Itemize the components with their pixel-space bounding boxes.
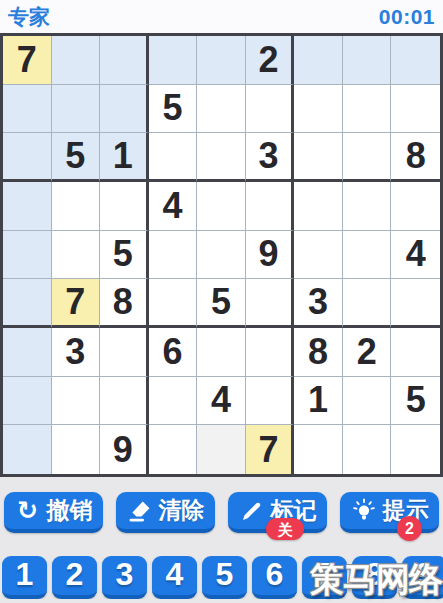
cell-r1c4[interactable] bbox=[149, 36, 198, 85]
cell-r4c9[interactable] bbox=[391, 182, 440, 231]
cell-r3c4[interactable] bbox=[149, 133, 198, 182]
cell-r2c3[interactable] bbox=[100, 85, 149, 134]
number-pad: 1 2 3 4 5 6 7 8 9 bbox=[2, 556, 443, 599]
cell-r4c1[interactable] bbox=[3, 182, 52, 231]
cell-r9c9[interactable] bbox=[391, 425, 440, 474]
cell-r9c5[interactable] bbox=[197, 425, 246, 474]
cell-r5c6[interactable]: 9 bbox=[246, 231, 295, 280]
cell-r5c3[interactable]: 5 bbox=[100, 231, 149, 280]
cell-r6c5[interactable]: 5 bbox=[197, 279, 246, 328]
numpad-5[interactable]: 5 bbox=[202, 556, 247, 599]
cell-r1c5[interactable] bbox=[197, 36, 246, 85]
cell-r3c3[interactable]: 1 bbox=[100, 133, 149, 182]
sudoku-app: 专家 00:01 725513845947853368241597 ↻ 撤销 清… bbox=[0, 0, 443, 603]
timer: 00:01 bbox=[379, 5, 435, 29]
cell-r8c8[interactable] bbox=[343, 377, 392, 426]
cell-r1c3[interactable] bbox=[100, 36, 149, 85]
cell-r7c1[interactable] bbox=[3, 328, 52, 377]
cell-r3c6[interactable]: 3 bbox=[246, 133, 295, 182]
cell-r4c7[interactable] bbox=[294, 182, 343, 231]
cell-r2c9[interactable] bbox=[391, 85, 440, 134]
cell-r2c2[interactable] bbox=[52, 85, 101, 134]
cell-r3c8[interactable] bbox=[343, 133, 392, 182]
undo-icon: ↻ bbox=[15, 498, 41, 524]
hint-count-badge: 2 bbox=[397, 516, 422, 541]
cell-r3c9[interactable]: 8 bbox=[391, 133, 440, 182]
sudoku-board: 725513845947853368241597 bbox=[0, 33, 443, 477]
cell-r6c1[interactable] bbox=[3, 279, 52, 328]
bulb-icon bbox=[351, 498, 377, 524]
cell-r6c9[interactable] bbox=[391, 279, 440, 328]
eraser-icon bbox=[127, 498, 153, 524]
cell-r4c2[interactable] bbox=[52, 182, 101, 231]
numpad-8[interactable]: 8 bbox=[352, 556, 397, 599]
cell-r1c2[interactable] bbox=[52, 36, 101, 85]
cell-r3c2[interactable]: 5 bbox=[52, 133, 101, 182]
cell-r8c6[interactable] bbox=[246, 377, 295, 426]
cell-r9c7[interactable] bbox=[294, 425, 343, 474]
cell-r3c1[interactable] bbox=[3, 133, 52, 182]
mark-status-badge: 关 bbox=[266, 518, 304, 540]
hint-button[interactable]: 提示 2 bbox=[340, 492, 439, 533]
cell-r3c7[interactable] bbox=[294, 133, 343, 182]
numpad-6[interactable]: 6 bbox=[252, 556, 297, 599]
cell-r8c5[interactable]: 4 bbox=[197, 377, 246, 426]
cell-r2c7[interactable] bbox=[294, 85, 343, 134]
cell-r7c3[interactable] bbox=[100, 328, 149, 377]
cell-r8c9[interactable]: 5 bbox=[391, 377, 440, 426]
undo-label: 撤销 bbox=[47, 495, 93, 526]
cell-r8c3[interactable] bbox=[100, 377, 149, 426]
cell-r4c5[interactable] bbox=[197, 182, 246, 231]
numpad-9[interactable]: 9 bbox=[402, 556, 443, 599]
cell-r5c5[interactable] bbox=[197, 231, 246, 280]
numpad-4[interactable]: 4 bbox=[152, 556, 197, 599]
header-bar: 专家 00:01 bbox=[0, 0, 443, 33]
cell-r9c6[interactable]: 7 bbox=[246, 425, 295, 474]
cell-r2c6[interactable] bbox=[246, 85, 295, 134]
difficulty-label: 专家 bbox=[8, 3, 50, 31]
cell-r7c4[interactable]: 6 bbox=[149, 328, 198, 377]
cell-r4c4[interactable]: 4 bbox=[149, 182, 198, 231]
cell-r4c3[interactable] bbox=[100, 182, 149, 231]
cell-r5c4[interactable] bbox=[149, 231, 198, 280]
cell-r6c3[interactable]: 8 bbox=[100, 279, 149, 328]
cell-r7c9[interactable] bbox=[391, 328, 440, 377]
cell-r7c5[interactable] bbox=[197, 328, 246, 377]
cell-r5c9[interactable]: 4 bbox=[391, 231, 440, 280]
numpad-1[interactable]: 1 bbox=[2, 556, 47, 599]
cell-r2c4[interactable]: 5 bbox=[149, 85, 198, 134]
cell-r8c2[interactable] bbox=[52, 377, 101, 426]
pen-icon bbox=[239, 498, 265, 524]
cell-r8c7[interactable]: 1 bbox=[294, 377, 343, 426]
cell-r6c8[interactable] bbox=[343, 279, 392, 328]
cell-r1c9[interactable] bbox=[391, 36, 440, 85]
cell-r6c7[interactable]: 3 bbox=[294, 279, 343, 328]
cell-r2c8[interactable] bbox=[343, 85, 392, 134]
numpad-2[interactable]: 2 bbox=[52, 556, 97, 599]
cell-r1c6[interactable]: 2 bbox=[246, 36, 295, 85]
cell-r9c2[interactable] bbox=[52, 425, 101, 474]
cell-r1c7[interactable] bbox=[294, 36, 343, 85]
cell-r6c6[interactable] bbox=[246, 279, 295, 328]
numpad-3[interactable]: 3 bbox=[102, 556, 147, 599]
cell-r9c4[interactable] bbox=[149, 425, 198, 474]
cell-r5c8[interactable] bbox=[343, 231, 392, 280]
cell-r8c4[interactable] bbox=[149, 377, 198, 426]
numpad-7[interactable]: 7 bbox=[302, 556, 347, 599]
cell-r1c1[interactable]: 7 bbox=[3, 36, 52, 85]
cell-r7c2[interactable]: 3 bbox=[52, 328, 101, 377]
cell-r6c4[interactable] bbox=[149, 279, 198, 328]
cell-r2c1[interactable] bbox=[3, 85, 52, 134]
cell-r7c7[interactable]: 8 bbox=[294, 328, 343, 377]
cell-r8c1[interactable] bbox=[3, 377, 52, 426]
clear-label: 清除 bbox=[159, 495, 205, 526]
cell-r9c8[interactable] bbox=[343, 425, 392, 474]
cell-r4c6[interactable] bbox=[246, 182, 295, 231]
cell-r5c7[interactable] bbox=[294, 231, 343, 280]
cell-r2c5[interactable] bbox=[197, 85, 246, 134]
cell-r9c3[interactable]: 9 bbox=[100, 425, 149, 474]
cell-r5c2[interactable] bbox=[52, 231, 101, 280]
cell-r3c5[interactable] bbox=[197, 133, 246, 182]
cell-r7c8[interactable]: 2 bbox=[343, 328, 392, 377]
cell-r1c8[interactable] bbox=[343, 36, 392, 85]
undo-button[interactable]: ↻ 撤销 bbox=[4, 492, 103, 533]
cell-r5c1[interactable] bbox=[3, 231, 52, 280]
cell-r4c8[interactable] bbox=[343, 182, 392, 231]
cell-r9c1[interactable] bbox=[3, 425, 52, 474]
mark-button[interactable]: 标记 关 bbox=[228, 492, 327, 533]
toolbar: ↻ 撤销 清除 标记 关 bbox=[0, 492, 443, 533]
cell-r7c6[interactable] bbox=[246, 328, 295, 377]
clear-button[interactable]: 清除 bbox=[116, 492, 215, 533]
cell-r6c2[interactable]: 7 bbox=[52, 279, 101, 328]
